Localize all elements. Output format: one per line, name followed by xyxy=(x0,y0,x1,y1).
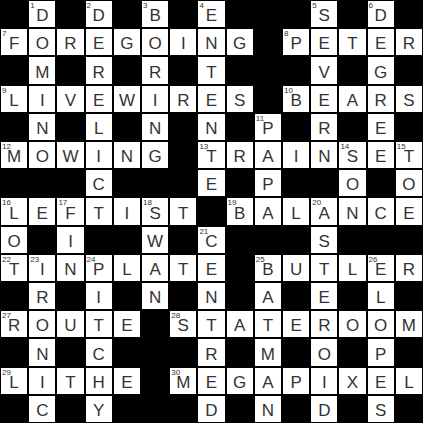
cell-r1c6[interactable]: I xyxy=(169,28,197,56)
black-cell-r14c14 xyxy=(395,395,423,423)
cell-r13c7[interactable]: E xyxy=(197,367,225,395)
black-cell-r2c2 xyxy=(56,56,84,84)
cell-r11c0[interactable]: 27R xyxy=(0,310,28,338)
black-cell-r6c4 xyxy=(113,169,141,197)
black-cell-r12c6 xyxy=(169,338,197,366)
cell-r12c3[interactable]: C xyxy=(85,338,113,366)
cell-letter: L xyxy=(348,261,357,281)
cell-letter: N xyxy=(64,261,76,281)
cell-letter: N xyxy=(205,35,217,55)
cell-r14c7[interactable]: D xyxy=(197,395,225,423)
cell-r7c13[interactable]: C xyxy=(367,197,395,225)
cell-letter: O xyxy=(346,176,359,196)
cell-r6c9[interactable]: P xyxy=(254,169,282,197)
cell-r4c7[interactable]: N xyxy=(197,113,225,141)
cell-r12c9[interactable]: M xyxy=(254,338,282,366)
cell-r3c13[interactable]: R xyxy=(367,85,395,113)
cell-letter: E xyxy=(206,261,217,281)
cell-letter: A xyxy=(347,92,358,112)
cell-letter: I xyxy=(96,148,101,168)
cell-letter: N xyxy=(205,120,217,140)
cell-letter: U xyxy=(290,261,302,281)
cell-r11c4[interactable]: E xyxy=(113,310,141,338)
cell-r1c0[interactable]: 7F xyxy=(0,28,28,56)
cell-r3c3[interactable]: E xyxy=(85,85,113,113)
cell-letter: C xyxy=(93,346,105,366)
cell-letter: R xyxy=(149,64,161,84)
cell-r2c7[interactable]: T xyxy=(197,56,225,84)
cell-r9c1[interactable]: 23I xyxy=(28,254,56,282)
cell-r4c9[interactable]: 11P xyxy=(254,113,282,141)
black-cell-r4c4 xyxy=(113,113,141,141)
cell-letter: N xyxy=(36,120,48,140)
clue-number: 15 xyxy=(397,142,406,151)
cell-letter: U xyxy=(64,317,76,337)
cell-r3c14[interactable]: S xyxy=(395,85,423,113)
black-cell-r14c4 xyxy=(113,395,141,423)
cell-r7c11[interactable]: 20A xyxy=(310,197,338,225)
cell-letter: R xyxy=(205,346,217,366)
cell-r7c4[interactable]: I xyxy=(113,197,141,225)
cell-r5c8[interactable]: R xyxy=(226,141,254,169)
cell-r11c10[interactable]: E xyxy=(282,310,310,338)
cell-r5c1[interactable]: O xyxy=(28,141,56,169)
cell-r0c11[interactable]: 5S xyxy=(310,0,338,28)
cell-letter: R xyxy=(8,317,20,337)
cell-letter: N xyxy=(36,346,48,366)
cell-r9c2[interactable]: N xyxy=(56,254,84,282)
black-cell-r12c0 xyxy=(0,338,28,366)
cell-r13c11[interactable]: I xyxy=(310,367,338,395)
cell-letter: E xyxy=(375,374,386,394)
clue-number: 5 xyxy=(312,1,316,10)
cell-letter: R xyxy=(318,317,330,337)
black-cell-r1c9 xyxy=(254,28,282,56)
cell-r3c0[interactable]: 9L xyxy=(0,85,28,113)
cell-r4c5[interactable]: N xyxy=(141,113,169,141)
black-cell-r0c4 xyxy=(113,0,141,28)
cell-letter: S xyxy=(375,402,386,422)
cell-letter: E xyxy=(403,205,414,225)
black-cell-r9c8 xyxy=(226,254,254,282)
black-cell-r7c7 xyxy=(197,197,225,225)
cell-r9c3[interactable]: 24P xyxy=(85,254,113,282)
cell-letter: L xyxy=(9,205,18,225)
cell-letter: W xyxy=(147,233,163,253)
cell-r11c11[interactable]: R xyxy=(310,310,338,338)
cell-r9c11[interactable]: T xyxy=(310,254,338,282)
cell-letter: T xyxy=(94,317,104,337)
cell-letter: S xyxy=(178,317,189,337)
cell-r8c0[interactable]: O xyxy=(0,226,28,254)
cell-r5c11[interactable]: N xyxy=(310,141,338,169)
cell-r7c14[interactable]: E xyxy=(395,197,423,225)
cell-r1c4[interactable]: G xyxy=(113,28,141,56)
black-cell-r12c12 xyxy=(338,338,366,366)
black-cell-r10c2 xyxy=(56,282,84,310)
cell-r13c13[interactable]: E xyxy=(367,367,395,395)
cell-letter: T xyxy=(206,317,216,337)
cell-r4c11[interactable]: R xyxy=(310,113,338,141)
cell-r6c14[interactable]: O xyxy=(395,169,423,197)
cell-r14c11[interactable]: D xyxy=(310,395,338,423)
cell-letter: E xyxy=(319,289,330,309)
cell-r9c5[interactable]: A xyxy=(141,254,169,282)
cell-letter: O xyxy=(36,35,49,55)
cell-r10c7[interactable]: N xyxy=(197,282,225,310)
cell-letter: N xyxy=(318,148,330,168)
cell-r11c2[interactable]: U xyxy=(56,310,84,338)
cell-letter: R xyxy=(36,289,48,309)
cell-letter: Y xyxy=(93,402,104,422)
cell-r0c3[interactable]: 2D xyxy=(85,0,113,28)
cell-r10c11[interactable]: E xyxy=(310,282,338,310)
black-cell-r3c9 xyxy=(254,85,282,113)
cell-r5c10[interactable]: I xyxy=(282,141,310,169)
cell-r4c1[interactable]: N xyxy=(28,113,56,141)
cell-r13c14[interactable]: L xyxy=(395,367,423,395)
cell-r14c1[interactable]: C xyxy=(28,395,56,423)
cell-r0c13[interactable]: 6D xyxy=(367,0,395,28)
cell-letter: E xyxy=(93,92,104,112)
cell-r9c13[interactable]: 26E xyxy=(367,254,395,282)
clue-number: 14 xyxy=(340,142,349,151)
clue-number: 21 xyxy=(199,227,208,236)
cell-letter: E xyxy=(206,92,217,112)
cell-r7c9[interactable]: A xyxy=(254,197,282,225)
cell-r7c5[interactable]: 18S xyxy=(141,197,169,225)
cell-r12c13[interactable]: P xyxy=(367,338,395,366)
clue-number: 28 xyxy=(171,311,180,320)
cell-r3c8[interactable]: S xyxy=(226,85,254,113)
cell-r13c10[interactable]: P xyxy=(282,367,310,395)
black-cell-r10c14 xyxy=(395,282,423,310)
cell-r7c1[interactable]: E xyxy=(28,197,56,225)
cell-r13c2[interactable]: T xyxy=(56,367,84,395)
cell-letter: S xyxy=(319,233,330,253)
cell-letter: A xyxy=(262,205,273,225)
black-cell-r2c10 xyxy=(282,56,310,84)
cell-r8c11[interactable]: S xyxy=(310,226,338,254)
cell-r3c5[interactable]: I xyxy=(141,85,169,113)
cell-r3c7[interactable]: E xyxy=(197,85,225,113)
cell-letter: O xyxy=(402,176,415,196)
cell-r1c10[interactable]: 8P xyxy=(282,28,310,56)
cell-r14c3[interactable]: Y xyxy=(85,395,113,423)
clue-number: 3 xyxy=(143,1,147,10)
cell-letter: S xyxy=(347,148,358,168)
cell-r13c8[interactable]: G xyxy=(226,367,254,395)
cell-r13c1[interactable]: I xyxy=(28,367,56,395)
cell-r0c7[interactable]: 4E xyxy=(197,0,225,28)
cell-letter: M xyxy=(261,346,275,366)
black-cell-r0c14 xyxy=(395,0,423,28)
clue-number: 23 xyxy=(30,255,39,264)
black-cell-r0c2 xyxy=(56,0,84,28)
cell-r9c10[interactable]: U xyxy=(282,254,310,282)
black-cell-r4c12 xyxy=(338,113,366,141)
cell-r13c3[interactable]: H xyxy=(85,367,113,395)
cell-letter: I xyxy=(181,35,186,55)
cell-letter: E xyxy=(206,7,217,27)
cell-letter: P xyxy=(262,176,273,196)
cell-r3c6[interactable]: R xyxy=(169,85,197,113)
cell-r5c12[interactable]: 14S xyxy=(338,141,366,169)
cell-letter: H xyxy=(93,374,105,394)
cell-r9c12[interactable]: L xyxy=(338,254,366,282)
crossword-grid: 1D2D3B4E5S6D7FOREGOING8PETERMRRTVG9LIVEW… xyxy=(0,0,423,423)
cell-letter: F xyxy=(9,35,19,55)
cell-r13c6[interactable]: 30M xyxy=(169,367,197,395)
cell-letter: I xyxy=(40,261,45,281)
black-cell-r2c6 xyxy=(169,56,197,84)
cell-letter: S xyxy=(319,7,330,27)
clue-number: 30 xyxy=(171,368,180,377)
black-cell-r14c8 xyxy=(226,395,254,423)
cell-r7c3[interactable]: T xyxy=(85,197,113,225)
cell-letter: M xyxy=(402,317,416,337)
black-cell-r12c2 xyxy=(56,338,84,366)
cell-letter: I xyxy=(40,92,45,112)
cell-letter: A xyxy=(234,317,245,337)
cell-r1c5[interactable]: O xyxy=(141,28,169,56)
black-cell-r2c9 xyxy=(254,56,282,84)
cell-r10c13[interactable]: L xyxy=(367,282,395,310)
black-cell-r4c14 xyxy=(395,113,423,141)
cell-letter: E xyxy=(206,374,217,394)
cell-letter: R xyxy=(64,35,76,55)
clue-number: 16 xyxy=(2,198,11,207)
cell-r4c13[interactable]: E xyxy=(367,113,395,141)
cell-r12c1[interactable]: N xyxy=(28,338,56,366)
black-cell-r2c8 xyxy=(226,56,254,84)
cell-r10c3[interactable]: I xyxy=(85,282,113,310)
cell-r2c1[interactable]: M xyxy=(28,56,56,84)
cell-r2c11[interactable]: V xyxy=(310,56,338,84)
cell-r11c6[interactable]: 28S xyxy=(169,310,197,338)
cell-letter: R xyxy=(177,92,189,112)
clue-number: 12 xyxy=(2,142,11,151)
cell-r11c9[interactable]: T xyxy=(254,310,282,338)
cell-r11c3[interactable]: T xyxy=(85,310,113,338)
cell-letter: R xyxy=(318,120,330,140)
cell-r13c0[interactable]: 29L xyxy=(0,367,28,395)
cell-letter: B xyxy=(262,261,273,281)
black-cell-r0c12 xyxy=(338,0,366,28)
clue-number: 1 xyxy=(30,1,34,10)
cell-r10c5[interactable]: N xyxy=(141,282,169,310)
clue-number: 2 xyxy=(87,1,91,10)
black-cell-r0c10 xyxy=(282,0,310,28)
cell-r3c4[interactable]: W xyxy=(113,85,141,113)
cell-r3c2[interactable]: V xyxy=(56,85,84,113)
black-cell-r8c10 xyxy=(282,226,310,254)
cell-letter: I xyxy=(153,92,158,112)
cell-r3c11[interactable]: E xyxy=(310,85,338,113)
black-cell-r8c3 xyxy=(85,226,113,254)
cell-r13c9[interactable]: A xyxy=(254,367,282,395)
cell-letter: I xyxy=(40,374,45,394)
black-cell-r14c12 xyxy=(338,395,366,423)
cell-r2c3[interactable]: R xyxy=(85,56,113,84)
cell-letter: B xyxy=(234,205,245,225)
cell-letter: P xyxy=(290,35,301,55)
cell-r14c9[interactable]: N xyxy=(254,395,282,423)
cell-r5c7[interactable]: 13T xyxy=(197,141,225,169)
black-cell-r6c6 xyxy=(169,169,197,197)
cell-r1c7[interactable]: N xyxy=(197,28,225,56)
cell-letter: N xyxy=(205,289,217,309)
cell-letter: O xyxy=(148,35,161,55)
black-cell-r2c14 xyxy=(395,56,423,84)
cell-letter: T xyxy=(94,205,104,225)
black-cell-r4c10 xyxy=(282,113,310,141)
cell-r11c13[interactable]: O xyxy=(367,310,395,338)
cell-letter: T xyxy=(404,148,414,168)
cell-r7c2[interactable]: 17F xyxy=(56,197,84,225)
cell-letter: V xyxy=(65,92,76,112)
cell-r7c0[interactable]: 16L xyxy=(0,197,28,225)
cell-letter: T xyxy=(319,261,329,281)
cell-r6c7[interactable]: E xyxy=(197,169,225,197)
cell-letter: C xyxy=(375,205,387,225)
cell-r3c1[interactable]: I xyxy=(28,85,56,113)
cell-r10c9[interactable]: A xyxy=(254,282,282,310)
black-cell-r12c4 xyxy=(113,338,141,366)
black-cell-r4c2 xyxy=(56,113,84,141)
cell-r1c1[interactable]: O xyxy=(28,28,56,56)
cell-letter: A xyxy=(262,289,273,309)
cell-r11c12[interactable]: O xyxy=(338,310,366,338)
cell-letter: S xyxy=(403,92,414,112)
cell-r1c14[interactable]: R xyxy=(395,28,423,56)
cell-r5c3[interactable]: I xyxy=(85,141,113,169)
cell-r3c10[interactable]: 10B xyxy=(282,85,310,113)
cell-letter: C xyxy=(205,233,217,253)
cell-r11c1[interactable]: O xyxy=(28,310,56,338)
cell-r5c4[interactable]: N xyxy=(113,141,141,169)
clue-number: 22 xyxy=(2,255,11,264)
black-cell-r8c4 xyxy=(113,226,141,254)
cell-r7c8[interactable]: 19B xyxy=(226,197,254,225)
cell-r2c5[interactable]: R xyxy=(141,56,169,84)
cell-letter: A xyxy=(262,148,273,168)
cell-letter: B xyxy=(290,92,301,112)
black-cell-r4c8 xyxy=(226,113,254,141)
cell-r9c6[interactable]: T xyxy=(169,254,197,282)
cell-letter: D xyxy=(93,7,105,27)
cell-letter: R xyxy=(403,261,415,281)
cell-letter: V xyxy=(319,64,330,84)
cell-r13c12[interactable]: X xyxy=(338,367,366,395)
cell-r8c7[interactable]: 21C xyxy=(197,226,225,254)
black-cell-r10c12 xyxy=(338,282,366,310)
cell-r7c10[interactable]: L xyxy=(282,197,310,225)
cell-letter: D xyxy=(375,7,387,27)
cell-r7c12[interactable]: N xyxy=(338,197,366,225)
cell-r9c9[interactable]: 25B xyxy=(254,254,282,282)
cell-letter: I xyxy=(68,233,73,253)
cell-r11c8[interactable]: A xyxy=(226,310,254,338)
cell-r12c7[interactable]: R xyxy=(197,338,225,366)
cell-r9c0[interactable]: 22T xyxy=(0,254,28,282)
cell-r4c3[interactable]: L xyxy=(85,113,113,141)
black-cell-r2c0 xyxy=(0,56,28,84)
cell-r14c13[interactable]: S xyxy=(367,395,395,423)
cell-letter: L xyxy=(94,120,103,140)
cell-r11c14[interactable]: M xyxy=(395,310,423,338)
cell-r6c3[interactable]: C xyxy=(85,169,113,197)
cell-letter: L xyxy=(404,374,413,394)
cell-r1c13[interactable]: E xyxy=(367,28,395,56)
cell-letter: W xyxy=(119,92,135,112)
cell-r1c2[interactable]: R xyxy=(56,28,84,56)
cell-r5c9[interactable]: A xyxy=(254,141,282,169)
cell-letter: O xyxy=(374,317,387,337)
black-cell-r8c8 xyxy=(226,226,254,254)
cell-r7c6[interactable]: T xyxy=(169,197,197,225)
black-cell-r12c10 xyxy=(282,338,310,366)
cell-r12c11[interactable]: O xyxy=(310,338,338,366)
cell-r8c5[interactable]: W xyxy=(141,226,169,254)
black-cell-r8c9 xyxy=(254,226,282,254)
cell-letter: E xyxy=(121,317,132,337)
black-cell-r6c11 xyxy=(310,169,338,197)
cell-letter: I xyxy=(294,148,299,168)
cell-r1c8[interactable]: G xyxy=(226,28,254,56)
cell-r1c11[interactable]: E xyxy=(310,28,338,56)
cell-r6c12[interactable]: O xyxy=(338,169,366,197)
cell-r10c1[interactable]: R xyxy=(28,282,56,310)
cell-r5c5[interactable]: G xyxy=(141,141,169,169)
cell-r13c4[interactable]: E xyxy=(113,367,141,395)
cell-letter: B xyxy=(149,7,160,27)
cell-letter: A xyxy=(319,205,330,225)
clue-number: 7 xyxy=(2,29,6,38)
cell-r11c7[interactable]: T xyxy=(197,310,225,338)
cell-r2c13[interactable]: G xyxy=(367,56,395,84)
cell-r0c5[interactable]: 3B xyxy=(141,0,169,28)
cell-r3c12[interactable]: A xyxy=(338,85,366,113)
cell-r5c14[interactable]: 15T xyxy=(395,141,423,169)
cell-r9c14[interactable]: R xyxy=(395,254,423,282)
cell-letter: P xyxy=(262,120,273,140)
cell-letter: G xyxy=(120,35,133,55)
cell-letter: A xyxy=(262,374,273,394)
black-cell-r5c6 xyxy=(169,141,197,169)
cell-r9c7[interactable]: E xyxy=(197,254,225,282)
cell-letter: E xyxy=(93,35,104,55)
black-cell-r12c5 xyxy=(141,338,169,366)
cell-letter: D xyxy=(205,402,217,422)
cell-r5c13[interactable]: E xyxy=(367,141,395,169)
black-cell-r0c0 xyxy=(0,0,28,28)
cell-letter: P xyxy=(93,261,104,281)
cell-r9c4[interactable]: L xyxy=(113,254,141,282)
cell-r1c12[interactable]: T xyxy=(338,28,366,56)
cell-r8c2[interactable]: I xyxy=(56,226,84,254)
cell-letter: O xyxy=(346,317,359,337)
black-cell-r0c6 xyxy=(169,0,197,28)
cell-r5c0[interactable]: 12M xyxy=(0,141,28,169)
cell-letter: S xyxy=(234,92,245,112)
cell-r5c2[interactable]: W xyxy=(56,141,84,169)
cell-r0c1[interactable]: 1D xyxy=(28,0,56,28)
black-cell-r4c6 xyxy=(169,113,197,141)
cell-r1c3[interactable]: E xyxy=(85,28,113,56)
cell-letter: N xyxy=(149,120,161,140)
clue-number: 11 xyxy=(256,114,264,123)
